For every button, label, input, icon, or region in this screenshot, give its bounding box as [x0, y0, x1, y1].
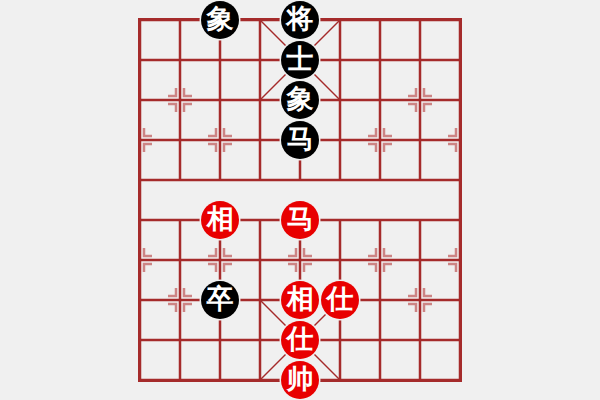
piece-glyph: 相 [287, 286, 314, 313]
piece-red-elephant-a[interactable]: 相 [200, 200, 240, 240]
piece-black-general[interactable]: 将 [280, 0, 320, 40]
piece-red-horse[interactable]: 马 [280, 200, 320, 240]
piece-glyph: 马 [287, 126, 314, 153]
piece-glyph: 象 [207, 6, 234, 33]
piece-black-elephant-a[interactable]: 象 [200, 0, 240, 40]
piece-glyph: 卒 [207, 286, 234, 313]
piece-black-horse[interactable]: 马 [280, 120, 320, 160]
piece-red-elephant-b[interactable]: 相 [280, 280, 320, 320]
piece-black-elephant-b[interactable]: 象 [280, 80, 320, 120]
black-piece-disc: 卒 [201, 281, 239, 319]
piece-glyph: 仕 [287, 326, 314, 353]
xiangqi-board-stage: 象将士象马相马卒相仕仕帅 [0, 0, 600, 400]
piece-black-soldier[interactable]: 卒 [200, 280, 240, 320]
red-piece-disc: 仕 [281, 321, 319, 359]
piece-glyph: 马 [287, 206, 314, 233]
piece-red-general[interactable]: 帅 [280, 360, 320, 400]
black-piece-disc: 士 [281, 41, 319, 79]
piece-black-advisor[interactable]: 士 [280, 40, 320, 80]
piece-glyph: 象 [287, 86, 314, 113]
piece-glyph: 帅 [287, 366, 314, 393]
piece-red-advisor-a[interactable]: 仕 [320, 280, 360, 320]
black-piece-disc: 象 [281, 81, 319, 119]
black-piece-disc: 将 [281, 1, 319, 39]
red-piece-disc: 马 [281, 201, 319, 239]
red-piece-disc: 相 [201, 201, 239, 239]
board-grid: 象将士象马相马卒相仕仕帅 [120, 0, 480, 400]
piece-glyph: 相 [207, 206, 234, 233]
piece-glyph: 将 [287, 6, 314, 33]
red-piece-disc: 相 [281, 281, 319, 319]
piece-glyph: 士 [287, 46, 314, 73]
red-piece-disc: 帅 [281, 361, 319, 399]
piece-red-advisor-b[interactable]: 仕 [280, 320, 320, 360]
black-piece-disc: 象 [201, 1, 239, 39]
piece-glyph: 仕 [327, 286, 354, 313]
black-piece-disc: 马 [281, 121, 319, 159]
red-piece-disc: 仕 [321, 281, 359, 319]
